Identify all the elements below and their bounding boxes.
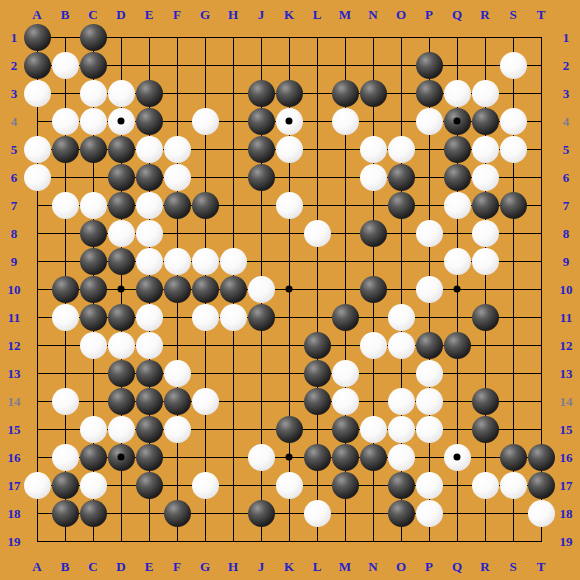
intersection-M2[interactable] [331,51,359,79]
intersection-O15[interactable] [387,415,415,443]
intersection-C9[interactable] [79,247,107,275]
intersection-S12[interactable] [499,331,527,359]
intersection-B4[interactable] [51,107,79,135]
intersection-M7[interactable] [331,191,359,219]
intersection-T10[interactable] [527,275,555,303]
intersection-F11[interactable] [163,303,191,331]
intersection-P9[interactable] [415,247,443,275]
intersection-M5[interactable] [331,135,359,163]
intersection-B17[interactable] [51,471,79,499]
intersection-M11[interactable] [331,303,359,331]
intersection-Q15[interactable] [443,415,471,443]
intersection-R15[interactable] [471,415,499,443]
intersection-H8[interactable] [219,219,247,247]
intersection-E14[interactable] [135,387,163,415]
intersection-J1[interactable] [247,23,275,51]
intersection-J6[interactable] [247,163,275,191]
intersection-R16[interactable] [471,443,499,471]
intersection-B2[interactable] [51,51,79,79]
intersection-C12[interactable] [79,331,107,359]
intersection-S1[interactable] [499,23,527,51]
intersection-T9[interactable] [527,247,555,275]
intersection-B11[interactable] [51,303,79,331]
intersection-L1[interactable] [303,23,331,51]
intersection-N18[interactable] [359,499,387,527]
intersection-R12[interactable] [471,331,499,359]
intersection-Q1[interactable] [443,23,471,51]
intersection-K5[interactable] [275,135,303,163]
intersection-N10[interactable] [359,275,387,303]
intersection-A1[interactable] [23,23,51,51]
intersection-S9[interactable] [499,247,527,275]
intersection-B6[interactable] [51,163,79,191]
intersection-O12[interactable] [387,331,415,359]
intersection-R5[interactable] [471,135,499,163]
intersection-O19[interactable] [387,527,415,555]
intersection-Q10[interactable] [443,275,471,303]
intersection-L18[interactable] [303,499,331,527]
intersection-D7[interactable] [107,191,135,219]
intersection-Q14[interactable] [443,387,471,415]
intersection-S17[interactable] [499,471,527,499]
intersection-L13[interactable] [303,359,331,387]
intersection-H10[interactable] [219,275,247,303]
intersection-L12[interactable] [303,331,331,359]
intersection-T13[interactable] [527,359,555,387]
intersection-M8[interactable] [331,219,359,247]
intersection-B12[interactable] [51,331,79,359]
intersection-F1[interactable] [163,23,191,51]
intersection-A4[interactable] [23,107,51,135]
intersection-G4[interactable] [191,107,219,135]
intersection-N4[interactable] [359,107,387,135]
intersection-C4[interactable] [79,107,107,135]
intersection-J19[interactable] [247,527,275,555]
intersection-A7[interactable] [23,191,51,219]
intersection-F12[interactable] [163,331,191,359]
intersection-D13[interactable] [107,359,135,387]
intersection-M9[interactable] [331,247,359,275]
intersection-L11[interactable] [303,303,331,331]
intersection-E3[interactable] [135,79,163,107]
intersection-F17[interactable] [163,471,191,499]
intersection-D1[interactable] [107,23,135,51]
intersection-L9[interactable] [303,247,331,275]
intersection-S14[interactable] [499,387,527,415]
intersection-K7[interactable] [275,191,303,219]
intersection-J2[interactable] [247,51,275,79]
intersection-M13[interactable] [331,359,359,387]
intersection-N3[interactable] [359,79,387,107]
intersection-K19[interactable] [275,527,303,555]
intersection-R7[interactable] [471,191,499,219]
intersection-Q6[interactable] [443,163,471,191]
intersection-D4[interactable] [107,107,135,135]
intersection-F15[interactable] [163,415,191,443]
intersection-J13[interactable] [247,359,275,387]
intersection-J18[interactable] [247,499,275,527]
intersection-A13[interactable] [23,359,51,387]
intersection-F7[interactable] [163,191,191,219]
intersection-C1[interactable] [79,23,107,51]
intersection-E16[interactable] [135,443,163,471]
intersection-C10[interactable] [79,275,107,303]
intersection-C19[interactable] [79,527,107,555]
intersection-Q4[interactable] [443,107,471,135]
intersection-L10[interactable] [303,275,331,303]
intersection-N1[interactable] [359,23,387,51]
intersection-F3[interactable] [163,79,191,107]
intersection-G14[interactable] [191,387,219,415]
intersection-M19[interactable] [331,527,359,555]
intersection-P12[interactable] [415,331,443,359]
intersection-H2[interactable] [219,51,247,79]
intersection-T18[interactable] [527,499,555,527]
intersection-N8[interactable] [359,219,387,247]
intersection-K11[interactable] [275,303,303,331]
intersection-R19[interactable] [471,527,499,555]
intersection-C14[interactable] [79,387,107,415]
intersection-S7[interactable] [499,191,527,219]
intersection-D11[interactable] [107,303,135,331]
intersection-H14[interactable] [219,387,247,415]
intersection-B14[interactable] [51,387,79,415]
intersection-O10[interactable] [387,275,415,303]
intersection-O3[interactable] [387,79,415,107]
intersection-Q19[interactable] [443,527,471,555]
intersection-F13[interactable] [163,359,191,387]
intersection-K9[interactable] [275,247,303,275]
intersection-A14[interactable] [23,387,51,415]
intersection-G19[interactable] [191,527,219,555]
intersection-M17[interactable] [331,471,359,499]
intersection-A17[interactable] [23,471,51,499]
intersection-K15[interactable] [275,415,303,443]
intersection-H15[interactable] [219,415,247,443]
intersection-H7[interactable] [219,191,247,219]
intersection-H16[interactable] [219,443,247,471]
intersection-C2[interactable] [79,51,107,79]
intersection-E1[interactable] [135,23,163,51]
intersection-D18[interactable] [107,499,135,527]
intersection-A2[interactable] [23,51,51,79]
intersection-C3[interactable] [79,79,107,107]
intersection-B10[interactable] [51,275,79,303]
intersection-Q9[interactable] [443,247,471,275]
intersection-A5[interactable] [23,135,51,163]
intersection-P8[interactable] [415,219,443,247]
intersection-G12[interactable] [191,331,219,359]
intersection-G1[interactable] [191,23,219,51]
intersection-S5[interactable] [499,135,527,163]
intersection-H17[interactable] [219,471,247,499]
intersection-T2[interactable] [527,51,555,79]
intersection-R18[interactable] [471,499,499,527]
intersection-O17[interactable] [387,471,415,499]
intersection-K14[interactable] [275,387,303,415]
intersection-N14[interactable] [359,387,387,415]
intersection-H12[interactable] [219,331,247,359]
intersection-D5[interactable] [107,135,135,163]
intersection-A11[interactable] [23,303,51,331]
intersection-C6[interactable] [79,163,107,191]
intersection-A6[interactable] [23,163,51,191]
intersection-L5[interactable] [303,135,331,163]
intersection-F6[interactable] [163,163,191,191]
intersection-K1[interactable] [275,23,303,51]
intersection-O14[interactable] [387,387,415,415]
intersection-O6[interactable] [387,163,415,191]
intersection-T7[interactable] [527,191,555,219]
intersection-P5[interactable] [415,135,443,163]
intersection-E9[interactable] [135,247,163,275]
intersection-O16[interactable] [387,443,415,471]
intersection-O1[interactable] [387,23,415,51]
intersection-Q12[interactable] [443,331,471,359]
intersection-T19[interactable] [527,527,555,555]
intersection-T11[interactable] [527,303,555,331]
intersection-F19[interactable] [163,527,191,555]
intersection-R14[interactable] [471,387,499,415]
intersection-Q8[interactable] [443,219,471,247]
intersection-C17[interactable] [79,471,107,499]
intersection-A12[interactable] [23,331,51,359]
intersection-H11[interactable] [219,303,247,331]
intersection-L2[interactable] [303,51,331,79]
intersection-R3[interactable] [471,79,499,107]
intersection-D17[interactable] [107,471,135,499]
intersection-T15[interactable] [527,415,555,443]
intersection-N7[interactable] [359,191,387,219]
intersection-M10[interactable] [331,275,359,303]
intersection-S19[interactable] [499,527,527,555]
intersection-M1[interactable] [331,23,359,51]
intersection-R11[interactable] [471,303,499,331]
intersection-G16[interactable] [191,443,219,471]
intersection-B15[interactable] [51,415,79,443]
intersection-C5[interactable] [79,135,107,163]
intersection-D3[interactable] [107,79,135,107]
intersection-P7[interactable] [415,191,443,219]
intersection-E4[interactable] [135,107,163,135]
intersection-T12[interactable] [527,331,555,359]
intersection-H6[interactable] [219,163,247,191]
intersection-B7[interactable] [51,191,79,219]
intersection-B1[interactable] [51,23,79,51]
intersection-T3[interactable] [527,79,555,107]
intersection-M4[interactable] [331,107,359,135]
intersection-T1[interactable] [527,23,555,51]
intersection-J17[interactable] [247,471,275,499]
intersection-D6[interactable] [107,163,135,191]
intersection-Q17[interactable] [443,471,471,499]
intersection-B19[interactable] [51,527,79,555]
intersection-N6[interactable] [359,163,387,191]
intersection-A8[interactable] [23,219,51,247]
intersection-R17[interactable] [471,471,499,499]
intersection-G11[interactable] [191,303,219,331]
intersection-O9[interactable] [387,247,415,275]
intersection-N9[interactable] [359,247,387,275]
intersection-H5[interactable] [219,135,247,163]
intersection-J5[interactable] [247,135,275,163]
intersection-K18[interactable] [275,499,303,527]
intersection-T4[interactable] [527,107,555,135]
intersection-N19[interactable] [359,527,387,555]
intersection-D10[interactable] [107,275,135,303]
intersection-S2[interactable] [499,51,527,79]
intersection-L3[interactable] [303,79,331,107]
intersection-T8[interactable] [527,219,555,247]
intersection-C11[interactable] [79,303,107,331]
intersection-N15[interactable] [359,415,387,443]
intersection-O8[interactable] [387,219,415,247]
intersection-E5[interactable] [135,135,163,163]
intersection-J15[interactable] [247,415,275,443]
intersection-E17[interactable] [135,471,163,499]
intersection-Q11[interactable] [443,303,471,331]
intersection-L4[interactable] [303,107,331,135]
intersection-B9[interactable] [51,247,79,275]
intersection-S10[interactable] [499,275,527,303]
intersection-E6[interactable] [135,163,163,191]
intersection-T6[interactable] [527,163,555,191]
intersection-O4[interactable] [387,107,415,135]
intersection-A19[interactable] [23,527,51,555]
intersection-C15[interactable] [79,415,107,443]
intersection-H9[interactable] [219,247,247,275]
intersection-O7[interactable] [387,191,415,219]
intersection-C18[interactable] [79,499,107,527]
intersection-Q5[interactable] [443,135,471,163]
intersection-F16[interactable] [163,443,191,471]
intersection-H3[interactable] [219,79,247,107]
intersection-F8[interactable] [163,219,191,247]
intersection-P11[interactable] [415,303,443,331]
intersection-F14[interactable] [163,387,191,415]
intersection-S6[interactable] [499,163,527,191]
intersection-E2[interactable] [135,51,163,79]
intersection-T14[interactable] [527,387,555,415]
intersection-G3[interactable] [191,79,219,107]
intersection-M15[interactable] [331,415,359,443]
intersection-J12[interactable] [247,331,275,359]
intersection-M18[interactable] [331,499,359,527]
intersection-J7[interactable] [247,191,275,219]
intersection-Q18[interactable] [443,499,471,527]
intersection-O5[interactable] [387,135,415,163]
intersection-L8[interactable] [303,219,331,247]
intersection-K6[interactable] [275,163,303,191]
intersection-N2[interactable] [359,51,387,79]
intersection-P4[interactable] [415,107,443,135]
intersection-D16[interactable] [107,443,135,471]
intersection-B3[interactable] [51,79,79,107]
intersection-S11[interactable] [499,303,527,331]
intersection-M16[interactable] [331,443,359,471]
intersection-D12[interactable] [107,331,135,359]
intersection-G8[interactable] [191,219,219,247]
intersection-K3[interactable] [275,79,303,107]
intersection-C13[interactable] [79,359,107,387]
intersection-N5[interactable] [359,135,387,163]
intersection-F5[interactable] [163,135,191,163]
intersection-J14[interactable] [247,387,275,415]
intersection-N17[interactable] [359,471,387,499]
intersection-D14[interactable] [107,387,135,415]
intersection-E19[interactable] [135,527,163,555]
intersection-F9[interactable] [163,247,191,275]
intersection-G13[interactable] [191,359,219,387]
intersection-L19[interactable] [303,527,331,555]
intersection-S13[interactable] [499,359,527,387]
intersection-Q16[interactable] [443,443,471,471]
intersection-H13[interactable] [219,359,247,387]
intersection-D15[interactable] [107,415,135,443]
intersection-J3[interactable] [247,79,275,107]
intersection-G9[interactable] [191,247,219,275]
intersection-Q3[interactable] [443,79,471,107]
intersection-K16[interactable] [275,443,303,471]
intersection-O13[interactable] [387,359,415,387]
intersection-G6[interactable] [191,163,219,191]
intersection-Q2[interactable] [443,51,471,79]
intersection-R1[interactable] [471,23,499,51]
intersection-R2[interactable] [471,51,499,79]
intersection-F18[interactable] [163,499,191,527]
intersection-E12[interactable] [135,331,163,359]
intersection-O18[interactable] [387,499,415,527]
intersection-P1[interactable] [415,23,443,51]
intersection-G10[interactable] [191,275,219,303]
intersection-L7[interactable] [303,191,331,219]
intersection-L6[interactable] [303,163,331,191]
intersection-G2[interactable] [191,51,219,79]
intersection-L17[interactable] [303,471,331,499]
intersection-N12[interactable] [359,331,387,359]
intersection-M6[interactable] [331,163,359,191]
intersection-E10[interactable] [135,275,163,303]
intersection-A15[interactable] [23,415,51,443]
intersection-P13[interactable] [415,359,443,387]
intersection-P17[interactable] [415,471,443,499]
intersection-E13[interactable] [135,359,163,387]
intersection-Q7[interactable] [443,191,471,219]
intersection-K4[interactable] [275,107,303,135]
intersection-J16[interactable] [247,443,275,471]
intersection-B16[interactable] [51,443,79,471]
intersection-O11[interactable] [387,303,415,331]
intersection-L15[interactable] [303,415,331,443]
intersection-A3[interactable] [23,79,51,107]
intersection-S15[interactable] [499,415,527,443]
intersection-P14[interactable] [415,387,443,415]
intersection-R9[interactable] [471,247,499,275]
intersection-P3[interactable] [415,79,443,107]
intersection-R10[interactable] [471,275,499,303]
intersection-R8[interactable] [471,219,499,247]
intersection-J10[interactable] [247,275,275,303]
intersection-S8[interactable] [499,219,527,247]
intersection-C16[interactable] [79,443,107,471]
intersection-C7[interactable] [79,191,107,219]
intersection-P6[interactable] [415,163,443,191]
intersection-J8[interactable] [247,219,275,247]
intersection-B8[interactable] [51,219,79,247]
intersection-M14[interactable] [331,387,359,415]
intersection-D9[interactable] [107,247,135,275]
intersection-E15[interactable] [135,415,163,443]
